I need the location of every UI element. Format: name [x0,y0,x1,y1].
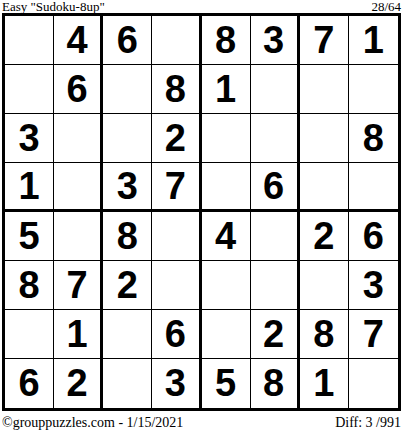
cell-r4c2[interactable] [54,163,103,212]
cell-r8c1[interactable]: 6 [5,359,54,408]
cell-r1c5[interactable]: 8 [202,16,251,65]
cell-r7c5[interactable] [202,310,251,359]
cell-r4c4[interactable]: 7 [152,163,201,212]
puzzle-counter: 28/64 [371,0,401,13]
cell-r1c7[interactable]: 7 [300,16,349,65]
difficulty-text: Diff: 3 /991 [335,415,401,431]
cell-r2c6[interactable] [251,65,300,114]
cell-r8c3[interactable] [103,359,152,408]
cell-r2c7[interactable] [300,65,349,114]
cell-r5c2[interactable] [54,212,103,261]
cell-r4c6[interactable]: 6 [251,163,300,212]
cell-r7c8[interactable]: 7 [349,310,398,359]
cell-r1c8[interactable]: 1 [349,16,398,65]
cell-r6c7[interactable] [300,261,349,310]
cell-r8c8[interactable] [349,359,398,408]
cell-r2c1[interactable] [5,65,54,114]
cell-r1c4[interactable] [152,16,201,65]
cell-r2c4[interactable]: 8 [152,65,201,114]
cell-r5c4[interactable] [152,212,201,261]
cell-r4c5[interactable] [202,163,251,212]
cell-r3c7[interactable] [300,114,349,163]
cell-r8c5[interactable]: 5 [202,359,251,408]
cell-r7c1[interactable] [5,310,54,359]
cell-r6c4[interactable] [152,261,201,310]
cell-r3c1[interactable]: 3 [5,114,54,163]
cell-r3c6[interactable] [251,114,300,163]
cell-r6c6[interactable] [251,261,300,310]
cell-r6c5[interactable] [202,261,251,310]
cell-r1c6[interactable]: 3 [251,16,300,65]
cell-r8c7[interactable]: 1 [300,359,349,408]
cell-r1c3[interactable]: 6 [103,16,152,65]
cell-r2c2[interactable]: 6 [54,65,103,114]
cell-r6c3[interactable]: 2 [103,261,152,310]
cell-r8c2[interactable]: 2 [54,359,103,408]
cell-r3c4[interactable]: 2 [152,114,201,163]
cell-r2c3[interactable] [103,65,152,114]
header: Easy "Sudoku-8up" 28/64 [2,0,401,13]
cell-r5c3[interactable]: 8 [103,212,152,261]
cell-r3c8[interactable]: 8 [349,114,398,163]
puzzle-title: Easy "Sudoku-8up" [2,0,105,13]
cell-r5c8[interactable]: 6 [349,212,398,261]
cell-r5c6[interactable] [251,212,300,261]
cell-r6c8[interactable]: 3 [349,261,398,310]
cell-r5c1[interactable]: 5 [5,212,54,261]
cell-r1c1[interactable] [5,16,54,65]
cell-r2c8[interactable] [349,65,398,114]
cell-r3c5[interactable] [202,114,251,163]
cell-r4c8[interactable] [349,163,398,212]
cell-r7c4[interactable]: 6 [152,310,201,359]
cell-r4c3[interactable]: 3 [103,163,152,212]
cell-r7c7[interactable]: 8 [300,310,349,359]
cell-r4c7[interactable] [300,163,349,212]
cell-r4c1[interactable]: 1 [5,163,54,212]
cell-r7c2[interactable]: 1 [54,310,103,359]
sudoku-page: Easy "Sudoku-8up" 28/64 4683716813281376… [0,0,403,437]
cell-r8c6[interactable]: 8 [251,359,300,408]
copyright-text: ©grouppuzzles.com - 1/15/2021 [2,415,183,431]
cell-r2c5[interactable]: 1 [202,65,251,114]
footer: ©grouppuzzles.com - 1/15/2021 Diff: 3 /9… [2,415,401,431]
cell-r8c4[interactable]: 3 [152,359,201,408]
cell-r6c2[interactable]: 7 [54,261,103,310]
cell-r7c6[interactable]: 2 [251,310,300,359]
cell-r7c3[interactable] [103,310,152,359]
cell-r3c2[interactable] [54,114,103,163]
cell-r1c2[interactable]: 4 [54,16,103,65]
cell-r6c1[interactable]: 8 [5,261,54,310]
sudoku-board: 468371681328137658426872316287623581 [2,13,401,411]
cell-r3c3[interactable] [103,114,152,163]
cell-r5c5[interactable]: 4 [202,212,251,261]
cell-r5c7[interactable]: 2 [300,212,349,261]
